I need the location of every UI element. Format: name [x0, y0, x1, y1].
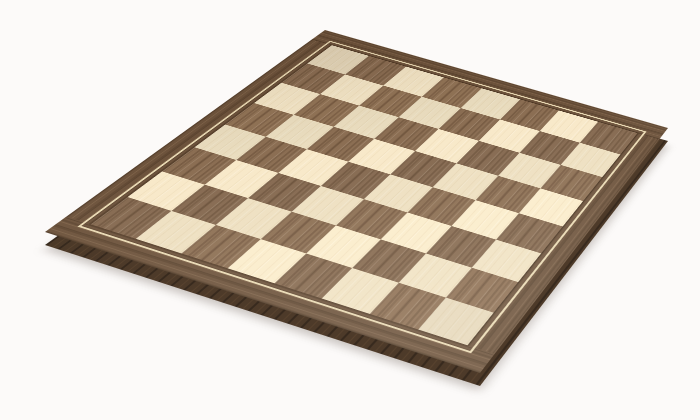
playing-field: [91, 45, 638, 345]
photo-background: [0, 0, 700, 420]
chess-board: [45, 30, 668, 373]
chessboard-photo: [0, 0, 700, 420]
